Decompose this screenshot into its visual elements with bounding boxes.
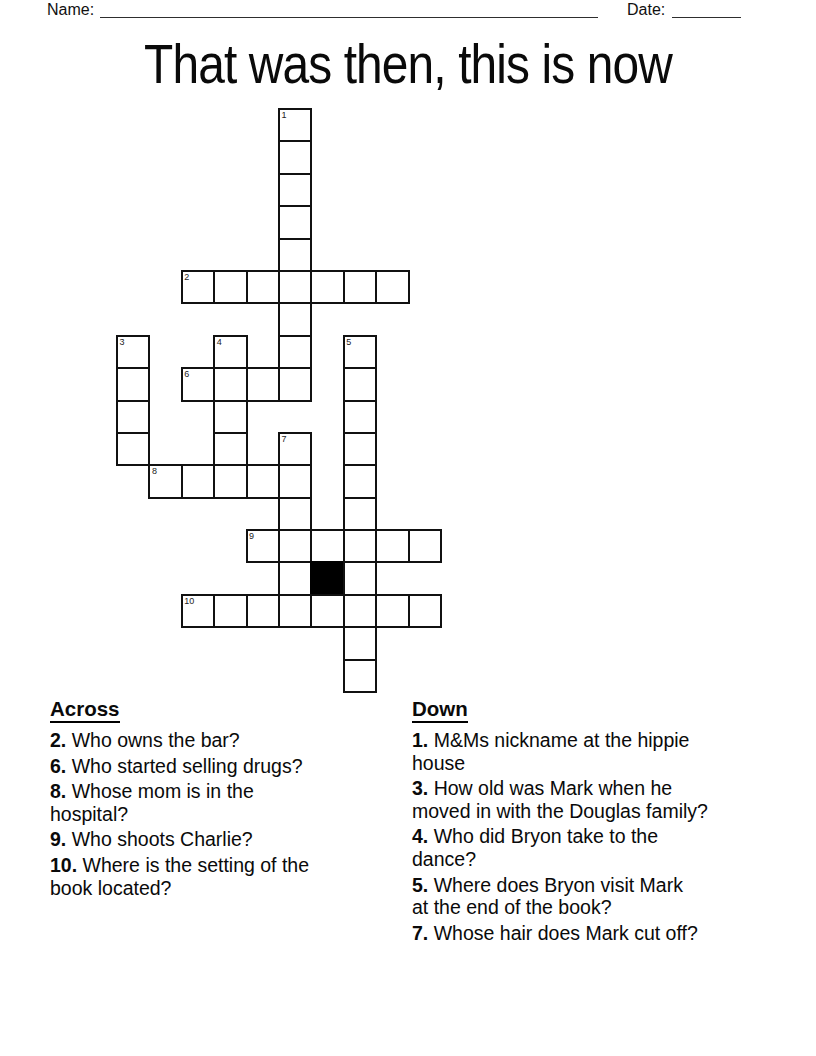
clue-text: M&Ms nickname at the hippie house bbox=[412, 729, 689, 774]
cell-number-9: 9 bbox=[249, 531, 254, 541]
clue-text: Who started selling drugs? bbox=[66, 755, 302, 777]
grid-cell-r13c8[interactable] bbox=[375, 529, 409, 563]
grid-cell-r8c0[interactable] bbox=[116, 367, 150, 401]
grid-cell-r13c9[interactable] bbox=[408, 529, 442, 563]
grid-cell-r8c4[interactable] bbox=[246, 367, 280, 401]
down-clue-list: 1. M&Ms nickname at the hippie house3. H… bbox=[412, 729, 774, 944]
grid-cell-r9c3[interactable] bbox=[213, 400, 247, 434]
grid-cell-r5c2[interactable]: 2 bbox=[181, 270, 215, 304]
grid-cell-r5c6[interactable] bbox=[310, 270, 344, 304]
cell-number-7: 7 bbox=[281, 434, 286, 444]
grid-cell-r2c5[interactable] bbox=[278, 173, 312, 207]
grid-cell-r1c5[interactable] bbox=[278, 140, 312, 174]
grid-cell-r12c7[interactable] bbox=[343, 497, 377, 531]
grid-cell-r14c7[interactable] bbox=[343, 561, 377, 595]
grid-cell-r5c8[interactable] bbox=[375, 270, 409, 304]
clue-number-label: 4. bbox=[412, 825, 428, 847]
grid-cell-r15c9[interactable] bbox=[408, 594, 442, 628]
black-cell-r14c6 bbox=[310, 561, 344, 595]
grid-cell-r7c3[interactable]: 4 bbox=[213, 335, 247, 369]
grid-cell-r3c5[interactable] bbox=[278, 205, 312, 239]
cell-number-10: 10 bbox=[184, 596, 194, 606]
date-label: Date: bbox=[627, 1, 665, 19]
grid-cell-r11c5[interactable] bbox=[278, 464, 312, 498]
grid-cell-r5c5[interactable] bbox=[278, 270, 312, 304]
grid-cell-r14c5[interactable] bbox=[278, 561, 312, 595]
grid-cell-r7c0[interactable]: 3 bbox=[116, 335, 150, 369]
clue-number-label: 6. bbox=[50, 755, 66, 777]
across-heading: Across bbox=[50, 698, 120, 723]
down-clue-1: 1. M&Ms nickname at the hippie house bbox=[412, 729, 774, 774]
grid-cell-r13c7[interactable] bbox=[343, 529, 377, 563]
clue-number-label: 5. bbox=[412, 874, 428, 896]
across-clue-8: 8. Whose mom is in the hospital? bbox=[50, 780, 388, 825]
across-clues-section: Across 2. Who owns the bar?6. Who starte… bbox=[50, 698, 388, 902]
grid-cell-r13c5[interactable] bbox=[278, 529, 312, 563]
grid-cell-r8c2[interactable]: 6 bbox=[181, 367, 215, 401]
grid-cell-r13c4[interactable]: 9 bbox=[246, 529, 280, 563]
clue-number-label: 10. bbox=[50, 854, 77, 876]
grid-cell-r11c2[interactable] bbox=[181, 464, 215, 498]
clue-text: How old was Mark when he moved in with t… bbox=[412, 777, 708, 822]
clue-number-label: 8. bbox=[50, 780, 66, 802]
down-clues-section: Down 1. M&Ms nickname at the hippie hous… bbox=[412, 698, 774, 947]
grid-cell-r15c4[interactable] bbox=[246, 594, 280, 628]
grid-cell-r10c7[interactable] bbox=[343, 432, 377, 466]
across-clue-list: 2. Who owns the bar?6. Who started selli… bbox=[50, 729, 388, 899]
grid-cell-r15c5[interactable] bbox=[278, 594, 312, 628]
clue-number-label: 3. bbox=[412, 777, 428, 799]
grid-cell-r10c5[interactable]: 7 bbox=[278, 432, 312, 466]
clue-text: Who owns the bar? bbox=[66, 729, 239, 751]
cell-number-6: 6 bbox=[184, 369, 189, 379]
grid-cell-r16c7[interactable] bbox=[343, 626, 377, 660]
grid-cell-r8c7[interactable] bbox=[343, 367, 377, 401]
clue-number-label: 2. bbox=[50, 729, 66, 751]
clue-number-label: 1. bbox=[412, 729, 428, 751]
grid-cell-r5c3[interactable] bbox=[213, 270, 247, 304]
grid-cell-r11c4[interactable] bbox=[246, 464, 280, 498]
grid-cell-r15c8[interactable] bbox=[375, 594, 409, 628]
down-clue-7: 7. Whose hair does Mark cut off? bbox=[412, 922, 774, 945]
date-blank-line[interactable] bbox=[672, 0, 741, 18]
name-blank-line[interactable] bbox=[100, 0, 598, 18]
grid-cell-r17c7[interactable] bbox=[343, 659, 377, 693]
across-clue-10: 10. Where is the setting of the book loc… bbox=[50, 854, 388, 899]
cell-number-2: 2 bbox=[184, 272, 189, 282]
grid-cell-r8c5[interactable] bbox=[278, 367, 312, 401]
grid-cell-r15c7[interactable] bbox=[343, 594, 377, 628]
grid-cell-r9c7[interactable] bbox=[343, 400, 377, 434]
clue-text: Whose mom is in the hospital? bbox=[50, 780, 254, 825]
grid-cell-r5c4[interactable] bbox=[246, 270, 280, 304]
grid-cell-r10c3[interactable] bbox=[213, 432, 247, 466]
name-label: Name: bbox=[47, 1, 94, 19]
grid-cell-r0c5[interactable]: 1 bbox=[278, 108, 312, 142]
clue-text: Where is the setting of the book located… bbox=[50, 854, 309, 899]
clue-text: Who shoots Charlie? bbox=[66, 828, 252, 850]
grid-cell-r11c1[interactable]: 8 bbox=[148, 464, 182, 498]
crossword-grid: 12345678910 bbox=[117, 109, 441, 692]
grid-cell-r11c7[interactable] bbox=[343, 464, 377, 498]
grid-cell-r7c7[interactable]: 5 bbox=[343, 335, 377, 369]
clue-number-label: 9. bbox=[50, 828, 66, 850]
cell-number-5: 5 bbox=[346, 337, 351, 347]
clue-text: Who did Bryon take to the dance? bbox=[412, 825, 658, 870]
grid-cell-r9c0[interactable] bbox=[116, 400, 150, 434]
grid-cell-r4c5[interactable] bbox=[278, 238, 312, 272]
grid-cell-r8c3[interactable] bbox=[213, 367, 247, 401]
grid-cell-r12c5[interactable] bbox=[278, 497, 312, 531]
grid-cell-r7c5[interactable] bbox=[278, 335, 312, 369]
across-clue-2: 2. Who owns the bar? bbox=[50, 729, 388, 752]
grid-cell-r15c3[interactable] bbox=[213, 594, 247, 628]
clue-text: Where does Bryon visit Mark at the end o… bbox=[412, 874, 683, 919]
cell-number-8: 8 bbox=[152, 466, 157, 476]
grid-cell-r13c6[interactable] bbox=[310, 529, 344, 563]
cell-number-1: 1 bbox=[281, 110, 286, 120]
puzzle-title: That was then, this is now bbox=[53, 37, 763, 92]
across-clue-6: 6. Who started selling drugs? bbox=[50, 755, 388, 778]
across-clue-9: 9. Who shoots Charlie? bbox=[50, 828, 388, 851]
down-clue-4: 4. Who did Bryon take to the dance? bbox=[412, 825, 774, 870]
grid-cell-r15c2[interactable]: 10 bbox=[181, 594, 215, 628]
cell-number-3: 3 bbox=[120, 337, 125, 347]
grid-cell-r15c6[interactable] bbox=[310, 594, 344, 628]
grid-cell-r5c7[interactable] bbox=[343, 270, 377, 304]
grid-cell-r10c0[interactable] bbox=[116, 432, 150, 466]
clue-number-label: 7. bbox=[412, 922, 428, 944]
cell-number-4: 4 bbox=[217, 337, 222, 347]
grid-cell-r6c5[interactable] bbox=[278, 302, 312, 336]
down-clue-5: 5. Where does Bryon visit Mark at the en… bbox=[412, 874, 774, 919]
grid-cell-r11c3[interactable] bbox=[213, 464, 247, 498]
down-clue-3: 3. How old was Mark when he moved in wit… bbox=[412, 777, 774, 822]
down-heading: Down bbox=[412, 698, 468, 723]
clue-text: Whose hair does Mark cut off? bbox=[428, 922, 698, 944]
